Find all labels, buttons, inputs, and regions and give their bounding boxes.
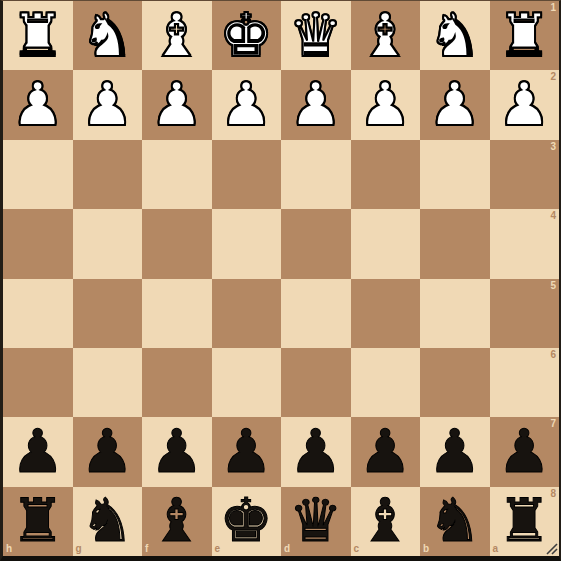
chess-board: ♜♞♝♚♛♝♞♜1♟♟♟♟♟♟♟♟23456♟♟♟♟♟♟♟♟7♜h♞g♝f♚e♛…	[0, 0, 561, 561]
square-a5[interactable]: 5	[490, 279, 560, 348]
square-b2[interactable]: ♟	[420, 70, 490, 139]
rank-label-7: 7	[550, 419, 556, 429]
white-pawn[interactable]: ♟	[219, 74, 273, 134]
square-b1[interactable]: ♞	[420, 1, 490, 70]
square-h4[interactable]	[3, 209, 73, 278]
square-h3[interactable]	[3, 140, 73, 209]
square-e8[interactable]: ♚e	[212, 487, 282, 556]
rank-label-1: 1	[550, 3, 556, 13]
file-label-d: d	[284, 544, 290, 554]
file-label-f: f	[145, 544, 148, 554]
square-g2[interactable]: ♟	[73, 70, 143, 139]
square-a4[interactable]: 4	[490, 209, 560, 278]
square-f5[interactable]	[142, 279, 212, 348]
square-h1[interactable]: ♜	[3, 1, 73, 70]
square-e5[interactable]	[212, 279, 282, 348]
square-f3[interactable]	[142, 140, 212, 209]
square-e2[interactable]: ♟	[212, 70, 282, 139]
rank-label-6: 6	[550, 350, 556, 360]
square-e4[interactable]	[212, 209, 282, 278]
black-pawn[interactable]: ♟	[11, 421, 65, 481]
file-label-b: b	[423, 544, 429, 554]
black-rook[interactable]: ♜	[11, 490, 65, 550]
square-f4[interactable]	[142, 209, 212, 278]
square-f1[interactable]: ♝	[142, 1, 212, 70]
white-bishop[interactable]: ♝	[150, 5, 204, 65]
square-g8[interactable]: ♞g	[73, 487, 143, 556]
square-h6[interactable]	[3, 348, 73, 417]
square-a1[interactable]: ♜1	[490, 1, 560, 70]
rank-label-5: 5	[550, 281, 556, 291]
square-d1[interactable]: ♛	[281, 1, 351, 70]
white-pawn[interactable]: ♟	[80, 74, 134, 134]
black-pawn[interactable]: ♟	[150, 421, 204, 481]
square-a6[interactable]: 6	[490, 348, 560, 417]
black-king[interactable]: ♚	[219, 490, 273, 550]
white-pawn[interactable]: ♟	[358, 74, 412, 134]
black-bishop[interactable]: ♝	[358, 490, 412, 550]
file-label-a: a	[493, 544, 499, 554]
white-knight[interactable]: ♞	[80, 5, 134, 65]
board-resize-handle-icon[interactable]	[545, 542, 558, 555]
white-pawn[interactable]: ♟	[497, 74, 551, 134]
square-d3[interactable]	[281, 140, 351, 209]
black-pawn[interactable]: ♟	[358, 421, 412, 481]
black-knight[interactable]: ♞	[428, 490, 482, 550]
square-c7[interactable]: ♟	[351, 417, 421, 486]
square-g5[interactable]	[73, 279, 143, 348]
white-king[interactable]: ♚	[219, 5, 273, 65]
black-pawn[interactable]: ♟	[80, 421, 134, 481]
file-label-g: g	[76, 544, 82, 554]
square-a2[interactable]: ♟2	[490, 70, 560, 139]
square-h5[interactable]	[3, 279, 73, 348]
white-rook[interactable]: ♜	[11, 5, 65, 65]
white-pawn[interactable]: ♟	[289, 74, 343, 134]
square-f8[interactable]: ♝f	[142, 487, 212, 556]
rank-label-2: 2	[550, 72, 556, 82]
square-d6[interactable]	[281, 348, 351, 417]
square-g4[interactable]	[73, 209, 143, 278]
square-e7[interactable]: ♟	[212, 417, 282, 486]
square-b4[interactable]	[420, 209, 490, 278]
white-queen[interactable]: ♛	[289, 5, 343, 65]
square-d7[interactable]: ♟	[281, 417, 351, 486]
white-rook[interactable]: ♜	[497, 5, 551, 65]
white-bishop[interactable]: ♝	[358, 5, 412, 65]
rank-label-3: 3	[550, 142, 556, 152]
square-g6[interactable]	[73, 348, 143, 417]
square-a3[interactable]: 3	[490, 140, 560, 209]
square-g7[interactable]: ♟	[73, 417, 143, 486]
black-pawn[interactable]: ♟	[497, 421, 551, 481]
white-knight[interactable]: ♞	[428, 5, 482, 65]
black-knight[interactable]: ♞	[80, 490, 134, 550]
square-d5[interactable]	[281, 279, 351, 348]
square-e1[interactable]: ♚	[212, 1, 282, 70]
square-b8[interactable]: ♞b	[420, 487, 490, 556]
square-d8[interactable]: ♛d	[281, 487, 351, 556]
black-pawn[interactable]: ♟	[289, 421, 343, 481]
file-label-h: h	[6, 544, 12, 554]
black-queen[interactable]: ♛	[289, 490, 343, 550]
square-b7[interactable]: ♟	[420, 417, 490, 486]
white-pawn[interactable]: ♟	[428, 74, 482, 134]
square-b5[interactable]	[420, 279, 490, 348]
square-c6[interactable]	[351, 348, 421, 417]
square-b3[interactable]	[420, 140, 490, 209]
square-c8[interactable]: ♝c	[351, 487, 421, 556]
black-pawn[interactable]: ♟	[219, 421, 273, 481]
square-f7[interactable]: ♟	[142, 417, 212, 486]
file-label-c: c	[354, 544, 360, 554]
white-pawn[interactable]: ♟	[150, 74, 204, 134]
square-c1[interactable]: ♝	[351, 1, 421, 70]
rank-label-8: 8	[550, 489, 556, 499]
black-bishop[interactable]: ♝	[150, 490, 204, 550]
square-a7[interactable]: ♟7	[490, 417, 560, 486]
square-f6[interactable]	[142, 348, 212, 417]
board-grid: ♜♞♝♚♛♝♞♜1♟♟♟♟♟♟♟♟23456♟♟♟♟♟♟♟♟7♜h♞g♝f♚e♛…	[3, 1, 559, 556]
square-c2[interactable]: ♟	[351, 70, 421, 139]
square-c4[interactable]	[351, 209, 421, 278]
square-g3[interactable]	[73, 140, 143, 209]
square-c5[interactable]	[351, 279, 421, 348]
black-rook[interactable]: ♜	[497, 490, 551, 550]
file-label-e: e	[215, 544, 221, 554]
black-pawn[interactable]: ♟	[428, 421, 482, 481]
square-e3[interactable]	[212, 140, 282, 209]
white-pawn[interactable]: ♟	[11, 74, 65, 134]
rank-label-4: 4	[550, 211, 556, 221]
square-d2[interactable]: ♟	[281, 70, 351, 139]
square-c3[interactable]	[351, 140, 421, 209]
square-f2[interactable]: ♟	[142, 70, 212, 139]
square-g1[interactable]: ♞	[73, 1, 143, 70]
square-h2[interactable]: ♟	[3, 70, 73, 139]
square-b6[interactable]	[420, 348, 490, 417]
square-h7[interactable]: ♟	[3, 417, 73, 486]
square-h8[interactable]: ♜h	[3, 487, 73, 556]
square-d4[interactable]	[281, 209, 351, 278]
square-e6[interactable]	[212, 348, 282, 417]
